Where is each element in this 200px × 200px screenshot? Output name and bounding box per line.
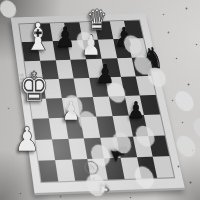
square-h1[interactable]: [153, 156, 174, 178]
black-knight-h6[interactable]: ♞: [129, 44, 177, 73]
photo-layer: CHESS ♘ ✦ ♛♝♟♟♟♞♟♚♟♟♟♝♟: [0, 0, 200, 200]
emblem-knight-icon: ♘: [84, 160, 100, 174]
chess-photo: CHESS ♘ ✦ ♛♝♟♟♟♞♟♚♟♟♟♝♟: [0, 0, 200, 200]
white-pawn-c4[interactable]: ♟: [50, 98, 93, 124]
table-speckles: [0, 0, 1, 1]
white-pawn-a2[interactable]: ♟: [0, 122, 55, 156]
black-pawn-g4[interactable]: ♟: [117, 99, 155, 122]
black-pawn-e5[interactable]: ♟: [84, 61, 127, 87]
square-h5[interactable]: [136, 76, 156, 96]
white-pawn-offboard[interactable]: ♟: [99, 176, 111, 200]
square-h2[interactable]: [148, 135, 169, 156]
board-speckles: [0, 0, 18, 18]
